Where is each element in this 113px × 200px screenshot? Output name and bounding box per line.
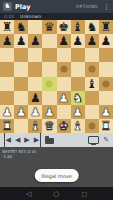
square-h3[interactable] bbox=[99, 91, 113, 105]
square-e1[interactable]: ♚ bbox=[57, 119, 71, 133]
black-pawn: ♟ bbox=[58, 34, 69, 48]
white-rook: ♜ bbox=[101, 119, 112, 133]
square-f5[interactable] bbox=[71, 62, 85, 76]
square-g3[interactable] bbox=[85, 91, 99, 105]
square-d4[interactable] bbox=[42, 77, 56, 91]
illegal-move-toast: Illegal move bbox=[34, 169, 79, 182]
square-a3[interactable] bbox=[0, 91, 14, 105]
recents-button[interactable]: □ bbox=[81, 190, 87, 197]
black-pawn: ♟ bbox=[72, 34, 83, 48]
square-b6[interactable] bbox=[14, 48, 28, 62]
square-e6[interactable] bbox=[57, 48, 71, 62]
square-h4[interactable] bbox=[99, 77, 113, 91]
square-d1[interactable]: ♛ bbox=[42, 119, 56, 133]
white-bishop: ♝ bbox=[72, 119, 83, 133]
square-g1[interactable] bbox=[85, 119, 99, 133]
square-d6[interactable] bbox=[42, 48, 56, 62]
player-bar: 0:00 Unknown bbox=[0, 13, 113, 20]
square-b5[interactable] bbox=[14, 62, 28, 76]
app-screen: ♞ Play OPTIONS ⋮ 0:00 Unknown ♜♞♛♚♝♞♜♟♟♟… bbox=[0, 0, 113, 200]
android-nav-bar: ◁ ○ □ bbox=[0, 187, 113, 200]
square-h8[interactable]: ♜ bbox=[99, 20, 113, 34]
monitor-icon bbox=[88, 136, 99, 144]
black-king: ♚ bbox=[58, 20, 69, 34]
black-queen: ♛ bbox=[44, 20, 55, 34]
square-e8[interactable]: ♚ bbox=[57, 20, 71, 34]
legal-move-dot bbox=[102, 80, 109, 87]
square-a8[interactable]: ♜ bbox=[0, 20, 14, 34]
square-b2[interactable]: ♟ bbox=[14, 105, 28, 119]
square-g6[interactable] bbox=[85, 48, 99, 62]
knight-logo-icon: ♞ bbox=[4, 2, 10, 11]
toolbar: ◀◀▶▶✎ bbox=[0, 133, 113, 147]
square-c5[interactable] bbox=[28, 62, 42, 76]
square-a6[interactable] bbox=[0, 48, 14, 62]
square-b8[interactable]: ♞ bbox=[14, 20, 28, 34]
engine-output: WHITE? Nf3 (2 d) -1.82 bbox=[2, 149, 36, 159]
square-c3[interactable]: ♟ bbox=[28, 91, 42, 105]
clock-label: 0:00 bbox=[4, 14, 14, 19]
square-d5[interactable] bbox=[42, 62, 56, 76]
square-c2[interactable]: ♟ bbox=[28, 105, 42, 119]
square-f2[interactable]: ♟ bbox=[71, 105, 85, 119]
square-f6[interactable] bbox=[71, 48, 85, 62]
go-first-button[interactable]: ◀ bbox=[4, 133, 11, 147]
square-e7[interactable]: ♟ bbox=[57, 34, 71, 48]
square-h6[interactable] bbox=[99, 48, 113, 62]
square-a1[interactable]: ♜ bbox=[0, 119, 14, 133]
black-pawn: ♟ bbox=[86, 34, 97, 48]
square-d2[interactable]: ♟ bbox=[42, 105, 56, 119]
square-g2[interactable] bbox=[85, 105, 99, 119]
black-pawn: ♟ bbox=[16, 34, 27, 48]
square-b1[interactable] bbox=[14, 119, 28, 133]
white-rook: ♜ bbox=[2, 119, 13, 133]
square-c1[interactable]: ♝ bbox=[28, 119, 42, 133]
black-pawn: ♟ bbox=[30, 34, 41, 48]
app-logo: ♞ bbox=[3, 2, 12, 11]
white-king: ♚ bbox=[58, 119, 69, 133]
player-name: Unknown bbox=[20, 14, 41, 19]
legal-move-dot bbox=[60, 66, 67, 73]
black-pawn: ♟ bbox=[30, 91, 41, 105]
options-button[interactable]: OPTIONS bbox=[76, 4, 98, 9]
square-e3[interactable]: ♟ bbox=[57, 91, 71, 105]
square-f8[interactable]: ♝ bbox=[71, 20, 85, 34]
go-prev-button[interactable]: ◀ bbox=[15, 133, 20, 147]
go-last-button[interactable]: ▶ bbox=[34, 133, 41, 147]
square-h5[interactable] bbox=[99, 62, 113, 76]
legal-move-dot bbox=[46, 80, 53, 87]
legal-move-dot bbox=[88, 66, 95, 73]
white-bishop: ♝ bbox=[30, 119, 41, 133]
black-rook: ♜ bbox=[101, 20, 112, 34]
square-c4[interactable] bbox=[28, 77, 42, 91]
overflow-menu-icon[interactable]: ⋮ bbox=[103, 3, 110, 11]
square-e5[interactable] bbox=[57, 62, 71, 76]
white-pawn: ♟ bbox=[30, 105, 41, 119]
black-knight: ♞ bbox=[16, 20, 27, 34]
page-title: Play bbox=[15, 3, 30, 11]
chess-board[interactable]: ♜♞♛♚♝♞♜♟♟♟♟♟♟♟♝♟♟♞♟♟♟♟♟♟♜♝♛♚♝♜ bbox=[0, 20, 113, 133]
engine-line-2: -1.82 bbox=[2, 154, 36, 159]
action-bar: ♞ Play OPTIONS ⋮ bbox=[0, 0, 113, 13]
white-pawn: ♟ bbox=[101, 105, 112, 119]
square-a2[interactable]: ♟ bbox=[0, 105, 14, 119]
black-bishop: ♝ bbox=[86, 77, 97, 91]
square-b7[interactable]: ♟ bbox=[14, 34, 28, 48]
black-pawn: ♟ bbox=[2, 34, 13, 48]
white-pawn: ♟ bbox=[16, 105, 27, 119]
open-game-button[interactable] bbox=[45, 137, 54, 144]
square-g5[interactable] bbox=[85, 62, 99, 76]
square-g7[interactable]: ♟ bbox=[85, 34, 99, 48]
square-h1[interactable]: ♜ bbox=[99, 119, 113, 133]
black-knight: ♞ bbox=[86, 20, 97, 34]
white-pawn: ♟ bbox=[58, 91, 69, 105]
square-f3[interactable]: ♞ bbox=[71, 91, 85, 105]
white-queen: ♛ bbox=[44, 119, 55, 133]
square-f7[interactable]: ♟ bbox=[71, 34, 85, 48]
folder-icon bbox=[45, 138, 54, 144]
square-b4[interactable] bbox=[14, 77, 28, 91]
square-d7[interactable] bbox=[42, 34, 56, 48]
white-pawn: ♟ bbox=[2, 105, 13, 119]
square-d8[interactable]: ♛ bbox=[42, 20, 56, 34]
white-pawn: ♟ bbox=[72, 105, 83, 119]
square-a5[interactable] bbox=[0, 62, 14, 76]
home-button[interactable]: ○ bbox=[53, 190, 59, 198]
square-b3[interactable] bbox=[14, 91, 28, 105]
square-g8[interactable]: ♞ bbox=[85, 20, 99, 34]
edit-board-button[interactable]: ✎ bbox=[103, 133, 109, 147]
square-a7[interactable]: ♟ bbox=[0, 34, 14, 48]
white-pawn: ♟ bbox=[44, 105, 55, 119]
square-a4[interactable] bbox=[0, 77, 14, 91]
square-e4[interactable] bbox=[57, 77, 71, 91]
square-d3[interactable] bbox=[42, 91, 56, 105]
white-knight: ♞ bbox=[72, 91, 83, 105]
black-rook: ♜ bbox=[2, 20, 13, 34]
square-c8[interactable] bbox=[28, 20, 42, 34]
content-area: WHITE? Nf3 (2 d) -1.82 Illegal move ◁ ○ … bbox=[0, 147, 113, 200]
square-f4[interactable] bbox=[71, 77, 85, 91]
black-bishop: ♝ bbox=[72, 20, 83, 34]
engine-button[interactable] bbox=[88, 136, 99, 144]
back-button[interactable]: ◁ bbox=[26, 190, 31, 198]
square-c7[interactable]: ♟ bbox=[28, 34, 42, 48]
square-h7[interactable]: ♟ bbox=[99, 34, 113, 48]
legal-move-dot bbox=[88, 122, 95, 129]
go-next-button[interactable]: ▶ bbox=[24, 133, 29, 147]
square-e2[interactable] bbox=[57, 105, 71, 119]
square-g4[interactable]: ♝ bbox=[85, 77, 99, 91]
square-c6[interactable] bbox=[28, 48, 42, 62]
square-f1[interactable]: ♝ bbox=[71, 119, 85, 133]
black-pawn: ♟ bbox=[101, 34, 112, 48]
square-h2[interactable]: ♟ bbox=[99, 105, 113, 119]
